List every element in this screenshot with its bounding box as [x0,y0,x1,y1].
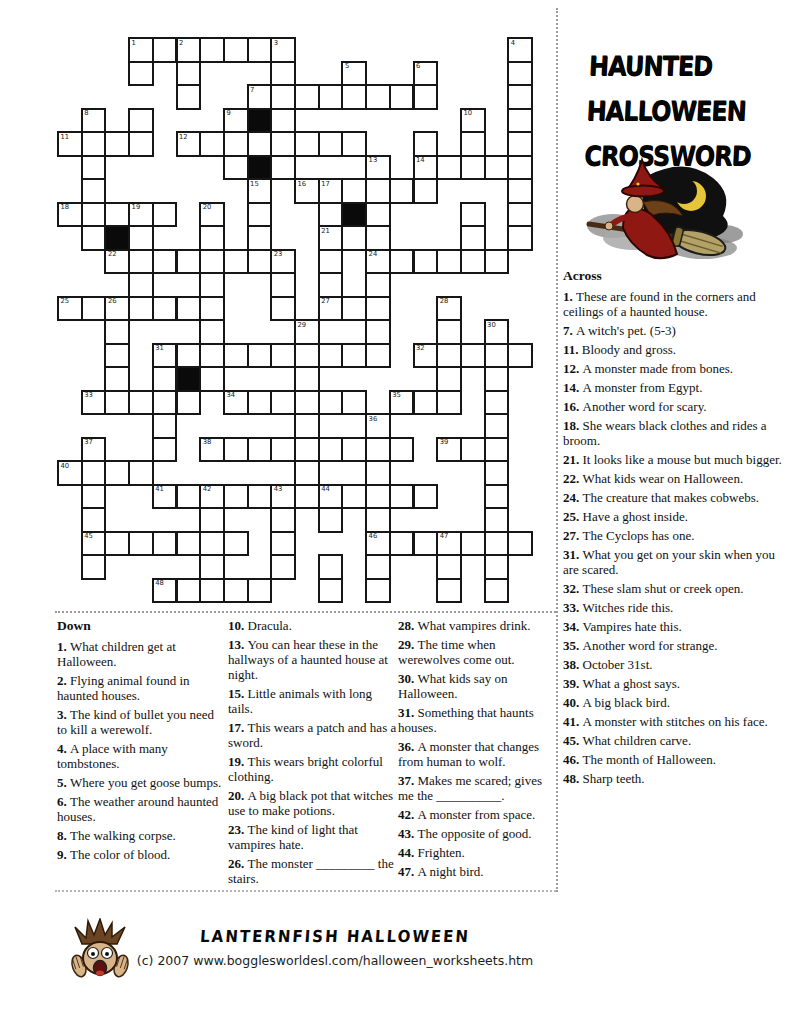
grid-cell[interactable] [436,155,462,181]
grid-cell[interactable] [270,84,296,110]
grid-cell[interactable] [199,319,225,345]
clue-number: 19 [132,203,141,211]
clue-number: 25. [563,509,583,524]
grid-cell[interactable] [413,84,439,110]
grid-cell[interactable] [436,366,462,392]
grid-cell[interactable] [81,460,107,486]
grid-cell[interactable] [223,249,249,275]
clue-text: The kind of light that vampires hate. [228,822,358,852]
grid-cell[interactable]: 15 [247,178,273,204]
grid-cell[interactable] [318,131,344,157]
grid-cell[interactable] [104,390,130,416]
clue-number: 21 [321,227,330,235]
grid-cell[interactable]: 39 [436,437,462,463]
grid-cell[interactable] [199,554,225,580]
grid-cell[interactable] [176,84,202,110]
grid-cell[interactable] [199,37,225,63]
grid-cell[interactable] [223,37,249,63]
grid-cell[interactable] [176,578,202,604]
grid-cell[interactable] [365,437,391,463]
grid-cell[interactable] [223,131,249,157]
grid-cell[interactable] [507,343,533,369]
grid-cell[interactable] [507,225,533,251]
grid-cell[interactable] [223,578,249,604]
grid-cell[interactable] [436,554,462,580]
grid-cell[interactable]: 27 [318,296,344,322]
grid-cell[interactable] [128,390,154,416]
grid-cell[interactable] [460,437,486,463]
grid-cell[interactable] [199,366,225,392]
grid-cell[interactable] [318,272,344,298]
grid-cell[interactable] [389,84,415,110]
grid-cell[interactable] [507,202,533,228]
blocked-cell [247,155,273,181]
grid-cell[interactable] [341,343,367,369]
grid-cell[interactable]: 33 [81,390,107,416]
grid-cell[interactable] [152,390,178,416]
grid-cell[interactable] [294,460,320,486]
grid-cell[interactable] [176,390,202,416]
grid-cell[interactable] [365,343,391,369]
grid-cell[interactable] [104,319,130,345]
clue-number: 26. [228,856,248,871]
grid-cell[interactable] [341,225,367,251]
clue-text: What children carve. [583,733,692,748]
grid-cell[interactable]: 25 [57,296,83,322]
grid-cell[interactable] [507,84,533,110]
grid-cell[interactable] [484,554,510,580]
crossword-grid: 1234567891011121314151617181920212223242… [57,37,535,605]
grid-cell[interactable] [270,61,296,87]
grid-cell[interactable] [81,202,107,228]
grid-cell[interactable]: 26 [104,296,130,322]
clue-number: 39. [563,676,583,691]
grid-cell[interactable]: 14 [413,155,439,181]
grid-cell[interactable] [247,390,273,416]
grid-cell[interactable] [507,108,533,134]
clue-item: 31. What you get on your skin when you a… [563,547,790,577]
grid-cell[interactable] [199,343,225,369]
grid-cell[interactable] [247,343,273,369]
grid-cell[interactable]: 37 [81,437,107,463]
clue-number: 2 [179,39,183,47]
clue-item: 21. It looks like a mouse but much bigge… [563,452,790,467]
grid-cell[interactable] [365,507,391,533]
grid-cell[interactable] [247,225,273,251]
clue-item: 28. What vampires drink. [398,618,558,633]
grid-cell[interactable]: 7 [247,84,273,110]
grid-cell[interactable] [460,225,486,251]
grid-cell[interactable] [270,296,296,322]
grid-cell[interactable] [104,366,130,392]
grid-cell[interactable] [270,437,296,463]
grid-cell[interactable] [270,343,296,369]
clue-item: 18. She wears black clothes and rides a … [563,418,790,448]
grid-cell[interactable] [413,249,439,275]
clue-item: 40. A big black bird. [563,695,790,710]
grid-cell[interactable] [223,155,249,181]
clue-item: 1. These are found in the corners and ce… [563,289,790,319]
clue-item: 2. Flying animal found in haunted houses… [57,673,227,703]
grid-cell[interactable] [152,437,178,463]
clue-item: 15. Little animals with long tails. [228,686,398,716]
grid-cell[interactable] [413,484,439,510]
grid-cell[interactable]: 13 [365,155,391,181]
grid-cell[interactable] [484,531,510,557]
grid-cell[interactable] [247,437,273,463]
grid-cell[interactable] [460,531,486,557]
grid-cell[interactable] [294,131,320,157]
bottom-dotted-separator [55,890,556,892]
clue-number: 16 [298,180,307,188]
clue-item: 30. What kids say on Halloween. [398,671,558,701]
grid-cell[interactable] [176,61,202,87]
grid-cell[interactable] [484,507,510,533]
grid-cell[interactable] [104,131,130,157]
grid-cell[interactable]: 29 [294,319,320,345]
grid-cell[interactable] [199,507,225,533]
grid-cell[interactable]: 42 [199,484,225,510]
grid-cell[interactable] [199,249,225,275]
grid-cell[interactable] [341,484,367,510]
grid-cell[interactable] [365,202,391,228]
grid-cell[interactable] [365,554,391,580]
grid-cell[interactable] [270,155,296,181]
grid-cell[interactable] [389,437,415,463]
clue-number: 47 [440,532,449,540]
clue-text: The month of Halloween. [583,752,717,767]
clue-number: 38. [563,657,583,672]
grid-cell[interactable] [341,178,367,204]
grid-cell[interactable] [484,155,510,181]
grid-cell[interactable] [341,390,367,416]
grid-cell[interactable]: 40 [57,460,83,486]
grid-cell[interactable] [81,178,107,204]
grid-cell[interactable] [318,390,344,416]
grid-cell[interactable]: 35 [389,390,415,416]
blocked-cell [104,225,130,251]
grid-cell[interactable] [294,343,320,369]
clue-number: 26 [108,297,117,305]
grid-cell[interactable]: 24 [365,249,391,275]
grid-cell[interactable] [484,366,510,392]
clue-number: 5 [345,62,349,70]
grid-cell[interactable] [152,249,178,275]
grid-cell[interactable]: 18 [57,202,83,228]
grid-cell[interactable] [484,413,510,439]
grid-cell[interactable] [389,484,415,510]
clue-text: A big black pot that witches use to make… [228,788,393,818]
grid-cell[interactable]: 43 [270,484,296,510]
grid-cell[interactable]: 12 [176,131,202,157]
grid-cell[interactable]: 2 [176,37,202,63]
clue-number: 34. [563,619,583,634]
clue-number: 37. [398,773,418,788]
clue-item: 6. The weather around haunted houses. [57,794,227,824]
grid-cell[interactable] [81,131,107,157]
clue-text: The opposite of good. [418,826,532,841]
grid-cell[interactable] [389,249,415,275]
grid-cell[interactable] [270,108,296,134]
grid-cell[interactable] [152,37,178,63]
grid-cell[interactable] [247,249,273,275]
clue-text: What a ghost says. [583,676,680,691]
grid-cell[interactable] [270,554,296,580]
grid-cell[interactable] [318,507,344,533]
clue-number: 24. [563,490,583,505]
clue-number: 2. [57,673,70,688]
grid-cell[interactable] [81,155,107,181]
grid-cell[interactable] [81,296,107,322]
grid-cell[interactable]: 28 [436,296,462,322]
grid-cell[interactable] [199,272,225,298]
grid-cell[interactable] [199,531,225,557]
clue-text: Something that haunts houses. [398,705,534,735]
grid-cell[interactable]: 23 [270,249,296,275]
grid-cell[interactable]: 4 [507,37,533,63]
grid-cell[interactable] [413,390,439,416]
clue-text: Frighten. [418,845,465,860]
down-heading: Down [57,618,227,634]
grid-cell[interactable] [365,225,391,251]
grid-cell[interactable] [436,578,462,604]
grid-cell[interactable] [294,84,320,110]
grid-cell[interactable] [294,390,320,416]
grid-cell[interactable] [199,225,225,251]
grid-cell[interactable] [484,484,510,510]
grid-cell[interactable] [484,249,510,275]
grid-cell[interactable] [389,178,415,204]
grid-cell[interactable] [318,202,344,228]
grid-cell[interactable]: 36 [365,413,391,439]
grid-cell[interactable]: 9 [223,108,249,134]
grid-cell[interactable] [128,225,154,251]
grid-cell[interactable]: 45 [81,531,107,557]
grid-cell[interactable] [484,390,510,416]
grid-cell[interactable] [318,437,344,463]
grid-cell[interactable] [104,531,130,557]
grid-cell[interactable] [81,507,107,533]
grid-cell[interactable]: 21 [318,225,344,251]
grid-cell[interactable] [294,437,320,463]
grid-cell[interactable] [128,272,154,298]
grid-cell[interactable]: 32 [413,343,439,369]
grid-cell[interactable] [341,296,367,322]
grid-cell[interactable]: 17 [318,178,344,204]
grid-cell[interactable] [199,296,225,322]
grid-cell[interactable] [128,296,154,322]
clue-number: 18. [563,418,583,433]
grid-cell[interactable] [436,319,462,345]
grid-cell[interactable]: 8 [81,108,107,134]
grid-cell[interactable] [270,531,296,557]
grid-cell[interactable]: 11 [57,131,83,157]
grid-cell[interactable] [341,437,367,463]
grid-cell[interactable]: 48 [152,578,178,604]
clue-item: 47. A night bird. [398,864,558,879]
clue-text: A place with many tombstones. [57,741,168,771]
grid-cell[interactable] [223,531,249,557]
clue-number: 1. [57,639,70,654]
grid-cell[interactable] [176,296,202,322]
grid-cell[interactable] [152,296,178,322]
grid-cell[interactable] [247,37,273,63]
grid-cell[interactable] [294,366,320,392]
grid-cell[interactable] [318,578,344,604]
grid-cell[interactable] [128,531,154,557]
grid-cell[interactable] [247,131,273,157]
grid-cell[interactable] [270,507,296,533]
grid-cell[interactable]: 34 [223,390,249,416]
clue-item: 45. What children carve. [563,733,790,748]
grid-cell[interactable] [152,413,178,439]
grid-cell[interactable] [507,178,533,204]
clue-number: 23. [228,822,248,837]
grid-cell[interactable]: 1 [128,37,154,63]
grid-cell[interactable] [413,131,439,157]
grid-cell[interactable] [128,61,154,87]
grid-cell[interactable] [436,390,462,416]
clue-number: 7 [250,86,254,94]
clue-number: 19. [228,754,248,769]
grid-cell[interactable] [365,178,391,204]
grid-cell[interactable] [270,390,296,416]
grid-cell[interactable] [365,84,391,110]
clue-number: 33. [563,600,583,615]
across-heading: Across [563,268,790,284]
grid-cell[interactable]: 19 [128,202,154,228]
grid-cell[interactable] [460,249,486,275]
grid-cell[interactable] [294,413,320,439]
clue-number: 11 [61,133,70,141]
clue-number: 30. [398,671,418,686]
grid-cell[interactable] [341,131,367,157]
grid-cell[interactable] [460,202,486,228]
clue-item: 20. A big black pot that witches use to … [228,788,398,818]
grid-cell[interactable]: 22 [104,249,130,275]
grid-cell[interactable] [484,343,510,369]
grid-cell[interactable]: 30 [484,319,510,345]
clue-item: 12. A monster made from bones. [563,361,790,376]
grid-cell[interactable] [318,249,344,275]
grid-cell[interactable] [460,343,486,369]
grid-cell[interactable] [152,366,178,392]
grid-cell[interactable] [365,272,391,298]
grid-cell[interactable]: 47 [436,531,462,557]
clue-item: 1. What children get at Halloween. [57,639,227,669]
grid-cell[interactable] [365,484,391,510]
grid-cell[interactable] [81,225,107,251]
grid-cell[interactable] [270,131,296,157]
clue-number: 21. [563,452,583,467]
grid-cell[interactable] [484,460,510,486]
grid-cell[interactable]: 10 [460,108,486,134]
grid-cell[interactable] [507,155,533,181]
grid-cell[interactable]: 5 [341,61,367,87]
grid-cell[interactable] [152,202,178,228]
grid-cell[interactable] [507,531,533,557]
grid-cell[interactable] [152,531,178,557]
grid-cell[interactable]: 6 [413,61,439,87]
clue-number: 36. [398,739,418,754]
grid-cell[interactable] [247,202,273,228]
grid-cell[interactable] [104,343,130,369]
grid-cell[interactable] [460,131,486,157]
grid-cell[interactable] [365,578,391,604]
clue-text: You can hear these in the hallways of a … [228,637,388,682]
grid-cell[interactable] [176,343,202,369]
grid-cell[interactable] [318,84,344,110]
grid-cell[interactable] [341,84,367,110]
grid-cell[interactable]: 46 [365,531,391,557]
clue-text: Bloody and gross. [582,342,676,357]
grid-cell[interactable] [484,437,510,463]
grid-cell[interactable] [104,202,130,228]
grid-cell[interactable] [223,343,249,369]
grid-cell[interactable] [389,531,415,557]
grid-cell[interactable] [413,178,439,204]
grid-cell[interactable] [223,484,249,510]
grid-cell[interactable] [128,108,154,134]
grid-cell[interactable] [199,131,225,157]
grid-cell[interactable] [507,131,533,157]
grid-cell[interactable]: 41 [152,484,178,510]
grid-cell[interactable]: 38 [199,437,225,463]
grid-cell[interactable] [176,531,202,557]
grid-cell[interactable] [176,249,202,275]
clue-text: October 31st. [583,657,653,672]
grid-cell[interactable] [128,460,154,486]
grid-cell[interactable]: 16 [294,178,320,204]
clue-text: Little animals with long tails. [228,686,372,716]
grid-cell[interactable] [270,272,296,298]
grid-cell[interactable] [199,578,225,604]
grid-cell[interactable]: 44 [318,484,344,510]
grid-cell[interactable] [413,531,439,557]
grid-cell[interactable]: 20 [199,202,225,228]
grid-cell[interactable] [318,343,344,369]
grid-cell[interactable] [104,460,130,486]
clue-number: 36 [369,415,378,423]
grid-cell[interactable] [176,484,202,510]
grid-cell[interactable] [484,578,510,604]
grid-cell[interactable] [365,460,391,486]
grid-cell[interactable] [81,554,107,580]
clue-number: 16. [563,399,583,414]
grid-cell[interactable] [247,578,273,604]
clue-item: 35. Another word for strange. [563,638,790,653]
grid-cell[interactable] [294,484,320,510]
grid-cell[interactable] [460,155,486,181]
grid-cell[interactable]: 31 [152,343,178,369]
grid-cell[interactable]: 3 [270,37,296,63]
grid-cell[interactable] [365,319,391,345]
grid-cell[interactable] [128,131,154,157]
grid-cell[interactable] [247,484,273,510]
grid-cell[interactable] [223,437,249,463]
grid-cell[interactable] [128,249,154,275]
grid-cell[interactable] [507,61,533,87]
clue-number: 33 [84,391,93,399]
grid-cell[interactable] [436,249,462,275]
grid-cell[interactable] [436,343,462,369]
clue-text: The monster _________ the stairs. [228,856,394,886]
clue-number: 42 [203,485,212,493]
grid-cell[interactable] [318,554,344,580]
grid-cell[interactable] [81,484,107,510]
grid-cell[interactable] [365,296,391,322]
footer: LANTERNFISH HALLOWEEN (c) 2007 www.boggl… [120,928,550,968]
